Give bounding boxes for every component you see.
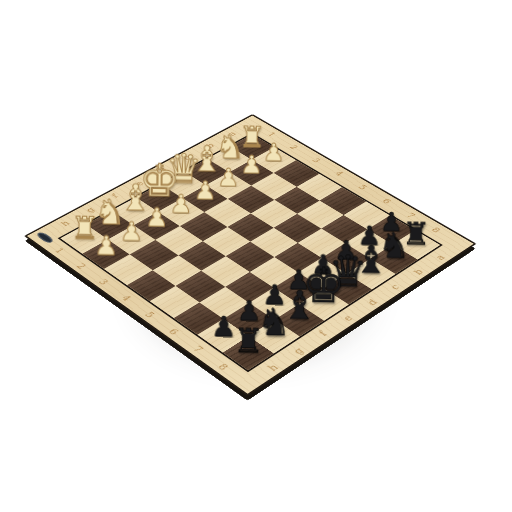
rank-label-far-4: 4 [333, 170, 345, 177]
white-pawn-glyph: ♟ [194, 178, 217, 204]
file-label-black-side-b: b [412, 268, 425, 276]
rank-label-near-8: 8 [216, 362, 230, 371]
white-pawn-glyph: ♟ [94, 232, 118, 259]
rank-label-far-2: 2 [288, 144, 300, 151]
rank-label-far-6: 6 [380, 198, 392, 205]
rank-label-far-1: 1 [266, 131, 278, 138]
white-pawn-glyph: ♟ [170, 191, 193, 217]
rank-label-near-2: 2 [74, 262, 87, 270]
scene: ♜♟♟♜♞♟♟♞♝♟♟♝♛♟♟♛♚♟♟♚♝♟♟♝♞♟♟♞♜♟♟♜ 11aa22b… [0, 0, 512, 512]
white-pawn-glyph: ♟ [240, 152, 263, 177]
rank-label-near-4: 4 [119, 294, 133, 303]
photo-stage: ♜♟♟♜♞♟♟♞♝♟♟♝♛♟♟♛♚♟♟♚♝♟♟♝♞♟♟♞♜♟♟♜ 11aa22b… [0, 0, 512, 512]
rank-label-far-3: 3 [310, 157, 322, 164]
rank-label-near-5: 5 [143, 310, 157, 319]
chess-board-grid: ♜♟♟♜♞♟♟♞♝♟♟♝♛♟♟♛♚♟♟♚♝♟♟♝♞♟♟♞♜♟♟♜ [58, 133, 443, 372]
brand-logo-oval [35, 231, 55, 244]
file-label-black-side-h: h [266, 363, 280, 373]
rank-label-near-1: 1 [53, 247, 66, 255]
rank-label-far-5: 5 [356, 184, 368, 191]
file-label-black-side-a: a [434, 253, 447, 261]
scene-tilt: ♜♟♟♜♞♟♟♞♝♟♟♝♛♟♟♛♚♟♟♚♝♟♟♝♞♟♟♞♜♟♟♜ 11aa22b… [0, 0, 512, 512]
file-label-white-side-h: h [59, 220, 71, 228]
file-label-black-side-d: d [366, 298, 379, 307]
rank-label-near-7: 7 [191, 345, 205, 354]
white-pawn-glyph: ♟ [145, 205, 169, 231]
file-label-black-side-f: f [317, 330, 329, 338]
file-label-black-side-e: e [342, 314, 355, 323]
rank-label-near-3: 3 [97, 278, 110, 286]
black-rook-glyph: ♜ [233, 324, 264, 358]
file-label-black-side-g: g [292, 346, 306, 355]
chess-board: ♜♟♟♜♞♟♟♞♝♟♟♝♛♟♟♛♚♟♟♚♝♟♟♝♞♟♟♞♜♟♟♜ 11aa22b… [24, 114, 476, 396]
white-pawn-glyph: ♟ [263, 140, 285, 165]
rank-label-near-6: 6 [167, 327, 181, 336]
white-pawn-glyph: ♟ [217, 165, 240, 190]
black-pawn-glyph: ♟ [211, 313, 237, 341]
file-label-black-side-c: c [389, 283, 402, 291]
white-pawn-glyph: ♟ [120, 218, 144, 244]
rank-label-far-8: 8 [430, 226, 442, 234]
